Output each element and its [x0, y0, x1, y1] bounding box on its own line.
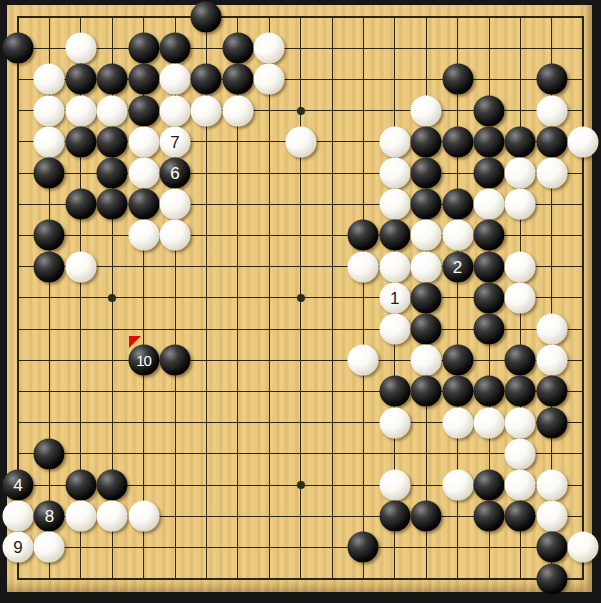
star-point	[108, 294, 116, 302]
stone-black[interactable]	[411, 158, 442, 189]
stone-white[interactable]	[474, 407, 505, 438]
stone-white[interactable]	[411, 95, 442, 126]
stone-black[interactable]	[411, 126, 442, 157]
stone-white[interactable]	[3, 501, 34, 532]
go-board-window: 762110489	[0, 0, 601, 603]
stone-black[interactable]	[474, 501, 505, 532]
stone-black[interactable]	[65, 470, 96, 501]
stone-black[interactable]	[128, 95, 159, 126]
stone-black[interactable]	[379, 220, 410, 251]
stone-black[interactable]	[442, 376, 473, 407]
stone-white[interactable]	[160, 95, 191, 126]
stone-black[interactable]: 8	[34, 501, 65, 532]
stone-black[interactable]	[536, 126, 567, 157]
stone-white[interactable]	[285, 126, 316, 157]
stone-black[interactable]	[34, 438, 65, 469]
stone-white[interactable]	[379, 314, 410, 345]
stone-white[interactable]	[411, 220, 442, 251]
stone-black[interactable]	[474, 470, 505, 501]
stone-black[interactable]	[536, 563, 567, 594]
stone-black[interactable]	[505, 501, 536, 532]
grid-line-horizontal	[17, 547, 584, 548]
stone-white[interactable]	[128, 158, 159, 189]
stone-white[interactable]	[568, 532, 599, 563]
stone-white[interactable]	[97, 501, 128, 532]
move-number-label: 4	[13, 477, 22, 494]
stone-black[interactable]	[411, 376, 442, 407]
stone-black[interactable]: 6	[160, 158, 191, 189]
stone-black[interactable]	[505, 376, 536, 407]
stone-black[interactable]: 2	[442, 251, 473, 282]
board-surface[interactable]: 762110489	[7, 5, 592, 592]
stone-black[interactable]	[97, 64, 128, 95]
stone-white[interactable]	[505, 189, 536, 220]
star-point	[297, 294, 305, 302]
grid-line-horizontal	[17, 453, 584, 454]
stone-white[interactable]	[65, 33, 96, 64]
stone-white[interactable]	[160, 189, 191, 220]
stone-white[interactable]	[442, 407, 473, 438]
stone-white[interactable]	[442, 220, 473, 251]
stone-white[interactable]	[505, 251, 536, 282]
stone-black[interactable]	[3, 33, 34, 64]
stone-black[interactable]	[474, 158, 505, 189]
grid-line-horizontal	[17, 360, 584, 361]
stone-black[interactable]	[128, 64, 159, 95]
stone-black[interactable]	[128, 33, 159, 64]
stone-black[interactable]	[97, 470, 128, 501]
stone-white[interactable]	[442, 470, 473, 501]
stone-black[interactable]	[65, 64, 96, 95]
stone-black[interactable]	[222, 33, 253, 64]
grid-line-vertical	[582, 16, 584, 580]
stone-black[interactable]: 10	[128, 345, 159, 376]
stone-black[interactable]	[474, 220, 505, 251]
stone-white[interactable]	[191, 95, 222, 126]
stone-white[interactable]	[128, 220, 159, 251]
stone-white[interactable]: 1	[379, 282, 410, 313]
stone-black[interactable]	[442, 64, 473, 95]
move-number-label: 9	[13, 539, 22, 556]
stone-black[interactable]	[411, 282, 442, 313]
stone-white[interactable]	[160, 220, 191, 251]
stone-black[interactable]	[442, 189, 473, 220]
stone-black[interactable]	[160, 345, 191, 376]
stone-white[interactable]	[65, 501, 96, 532]
grid-line-vertical	[363, 16, 364, 580]
stone-white[interactable]	[348, 251, 379, 282]
stone-white[interactable]	[568, 126, 599, 157]
stone-white[interactable]	[505, 407, 536, 438]
stone-white[interactable]	[411, 251, 442, 282]
stone-white[interactable]	[505, 470, 536, 501]
move-number-label: 8	[45, 508, 54, 525]
stone-white[interactable]	[536, 314, 567, 345]
stone-white[interactable]	[379, 158, 410, 189]
grid-line-horizontal	[17, 578, 584, 580]
stone-black[interactable]	[474, 126, 505, 157]
stone-white[interactable]	[411, 345, 442, 376]
stone-black[interactable]	[97, 126, 128, 157]
stone-white[interactable]	[65, 251, 96, 282]
move-number-label: 7	[170, 133, 179, 150]
stone-white[interactable]	[379, 126, 410, 157]
stone-white[interactable]	[160, 64, 191, 95]
stone-white[interactable]	[34, 532, 65, 563]
stone-black[interactable]	[348, 220, 379, 251]
move-number-label: 6	[170, 165, 179, 182]
stone-white[interactable]	[128, 501, 159, 532]
stone-white[interactable]	[474, 189, 505, 220]
stone-white[interactable]: 9	[3, 532, 34, 563]
stone-white[interactable]	[536, 501, 567, 532]
stone-white[interactable]	[505, 282, 536, 313]
stone-white[interactable]	[254, 64, 285, 95]
stone-white[interactable]	[254, 33, 285, 64]
stone-white[interactable]	[34, 64, 65, 95]
stone-white[interactable]	[379, 470, 410, 501]
stone-black[interactable]: 4	[3, 470, 34, 501]
stone-black[interactable]	[536, 532, 567, 563]
grid-line-vertical	[332, 16, 333, 580]
stone-black[interactable]	[411, 189, 442, 220]
stone-black[interactable]	[411, 501, 442, 532]
stone-black[interactable]	[34, 220, 65, 251]
stone-black[interactable]	[34, 158, 65, 189]
stone-white[interactable]	[536, 158, 567, 189]
stone-black[interactable]	[191, 2, 222, 33]
move-number-label: 1	[390, 289, 399, 306]
stone-white[interactable]	[536, 345, 567, 376]
stone-black[interactable]	[160, 33, 191, 64]
stone-black[interactable]	[191, 64, 222, 95]
move-number-label: 10	[136, 353, 151, 368]
stone-white[interactable]	[536, 470, 567, 501]
last-move-marker-red-triangle	[129, 336, 141, 348]
stone-black[interactable]	[442, 345, 473, 376]
star-point	[297, 481, 305, 489]
stone-white[interactable]	[34, 126, 65, 157]
stone-black[interactable]	[128, 189, 159, 220]
star-point	[297, 107, 305, 115]
stone-white[interactable]	[379, 251, 410, 282]
stone-black[interactable]	[536, 407, 567, 438]
stone-black[interactable]	[505, 126, 536, 157]
stone-black[interactable]	[536, 376, 567, 407]
stone-black[interactable]	[348, 532, 379, 563]
stone-black[interactable]	[34, 251, 65, 282]
stone-black[interactable]	[474, 282, 505, 313]
stone-black[interactable]	[536, 64, 567, 95]
stone-white[interactable]	[222, 95, 253, 126]
stone-white[interactable]	[65, 95, 96, 126]
stone-black[interactable]	[474, 251, 505, 282]
stone-white[interactable]	[348, 345, 379, 376]
stone-black[interactable]	[474, 314, 505, 345]
stone-black[interactable]	[97, 189, 128, 220]
stone-white[interactable]	[505, 438, 536, 469]
stone-black[interactable]	[379, 501, 410, 532]
stone-black[interactable]	[97, 158, 128, 189]
stone-black[interactable]	[474, 95, 505, 126]
stone-white[interactable]	[97, 95, 128, 126]
stone-white[interactable]	[505, 158, 536, 189]
stone-white[interactable]	[379, 407, 410, 438]
stone-white[interactable]	[128, 126, 159, 157]
stone-white[interactable]	[536, 95, 567, 126]
stone-black[interactable]	[411, 314, 442, 345]
stone-black[interactable]	[505, 345, 536, 376]
stone-white[interactable]	[379, 189, 410, 220]
stone-white[interactable]	[34, 95, 65, 126]
stone-black[interactable]	[442, 126, 473, 157]
stone-black[interactable]	[65, 189, 96, 220]
move-number-label: 2	[453, 258, 462, 275]
stone-black[interactable]	[379, 376, 410, 407]
stone-black[interactable]	[222, 64, 253, 95]
stone-black[interactable]	[474, 376, 505, 407]
stone-black[interactable]	[65, 126, 96, 157]
stone-white[interactable]: 7	[160, 126, 191, 157]
